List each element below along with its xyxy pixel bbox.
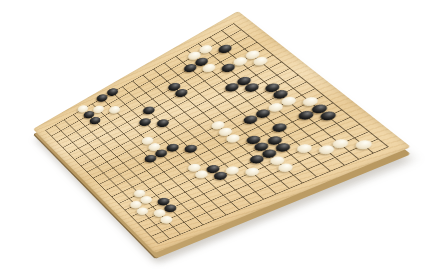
go-stone-white[interactable] <box>353 138 375 151</box>
go-stone-black[interactable] <box>269 121 289 133</box>
go-stone-white[interactable] <box>294 143 314 155</box>
go-stone-white[interactable] <box>107 104 122 115</box>
go-stone-black[interactable] <box>216 43 234 55</box>
go-stone-white[interactable] <box>243 166 262 178</box>
go-stone-black[interactable] <box>154 118 170 129</box>
stones-layer <box>33 11 411 253</box>
go-stone-black[interactable] <box>141 105 157 116</box>
go-stone-black[interactable] <box>182 143 199 154</box>
go-board[interactable] <box>33 11 411 253</box>
go-stone-black[interactable] <box>137 117 153 128</box>
go-board-photo <box>0 0 430 269</box>
